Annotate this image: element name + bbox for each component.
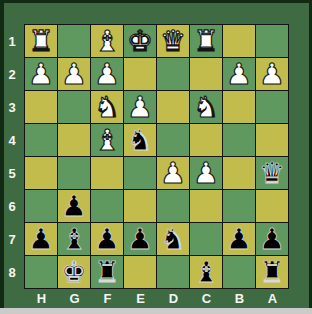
white-queen[interactable]: ♛ (160, 25, 186, 57)
square-g3[interactable] (58, 91, 90, 123)
square-c3[interactable]: ♞ (190, 91, 222, 123)
square-f3[interactable]: ♞ (91, 91, 123, 123)
square-d3[interactable] (157, 91, 189, 123)
file-label-d: D (157, 288, 190, 308)
square-h5[interactable] (25, 157, 57, 189)
black-knight[interactable]: ♞ (160, 223, 186, 255)
white-bishop[interactable]: ♝ (94, 124, 120, 156)
square-h4[interactable] (25, 124, 57, 156)
file-label-a: A (256, 288, 289, 308)
rank-label-1: 1 (0, 25, 24, 58)
file-label-e: E (124, 288, 157, 308)
black-queen[interactable]: ♛ (259, 157, 285, 189)
square-a7[interactable]: ♟ (256, 223, 288, 255)
square-g4[interactable] (58, 124, 90, 156)
square-e6[interactable] (124, 190, 156, 222)
square-b3[interactable] (223, 91, 255, 123)
file-label-f: F (91, 288, 124, 308)
frame-edge-top (0, 0, 312, 3)
square-e2[interactable] (124, 58, 156, 90)
square-f6[interactable] (91, 190, 123, 222)
white-pawn[interactable]: ♟ (259, 58, 285, 90)
white-king[interactable]: ♚ (127, 25, 153, 57)
black-pawn[interactable]: ♟ (127, 223, 153, 255)
square-d5[interactable]: ♟ (157, 157, 189, 189)
rank-label-3: 3 (0, 91, 24, 124)
black-bishop[interactable]: ♝ (61, 223, 87, 255)
square-d4[interactable] (157, 124, 189, 156)
file-labels: HGFEDCBA (25, 288, 289, 308)
black-pawn[interactable]: ♟ (259, 223, 285, 255)
square-g6[interactable]: ♟ (58, 190, 90, 222)
rank-label-2: 2 (0, 58, 24, 91)
square-b1[interactable] (223, 25, 255, 57)
black-knight[interactable]: ♞ (127, 124, 153, 156)
square-b8[interactable] (223, 256, 255, 288)
square-e3[interactable]: ♟ (124, 91, 156, 123)
square-f4[interactable]: ♝ (91, 124, 123, 156)
square-c4[interactable] (190, 124, 222, 156)
file-label-b: B (223, 288, 256, 308)
black-pawn[interactable]: ♟ (61, 190, 87, 222)
black-rook[interactable]: ♜ (259, 256, 285, 288)
square-d1[interactable]: ♛ (157, 25, 189, 57)
rank-label-5: 5 (0, 157, 24, 190)
board-frame: 12345678 ♜♝♚♛♜♟♟♟♟♟♞♟♞♝♞♟♟♛♟♟♝♟♟♞♟♟♚♜♝♜ … (0, 0, 312, 314)
square-h6[interactable] (25, 190, 57, 222)
square-a8[interactable]: ♜ (256, 256, 288, 288)
square-h2[interactable]: ♟ (25, 58, 57, 90)
square-c1[interactable]: ♜ (190, 25, 222, 57)
square-b5[interactable] (223, 157, 255, 189)
black-rook[interactable]: ♜ (94, 256, 120, 288)
rank-label-4: 4 (0, 124, 24, 157)
square-g5[interactable] (58, 157, 90, 189)
square-b2[interactable]: ♟ (223, 58, 255, 90)
square-d7[interactable]: ♞ (157, 223, 189, 255)
square-f2[interactable]: ♟ (91, 58, 123, 90)
frame-edge-right (309, 0, 312, 314)
square-h1[interactable]: ♜ (25, 25, 57, 57)
square-b6[interactable] (223, 190, 255, 222)
rank-label-7: 7 (0, 223, 24, 256)
white-pawn[interactable]: ♟ (61, 58, 87, 90)
square-h3[interactable] (25, 91, 57, 123)
square-e5[interactable] (124, 157, 156, 189)
white-pawn[interactable]: ♟ (193, 157, 219, 189)
white-knight[interactable]: ♞ (94, 91, 120, 123)
square-e4[interactable]: ♞ (124, 124, 156, 156)
black-pawn[interactable]: ♟ (94, 223, 120, 255)
square-d8[interactable] (157, 256, 189, 288)
square-f8[interactable]: ♜ (91, 256, 123, 288)
square-a1[interactable] (256, 25, 288, 57)
square-b4[interactable] (223, 124, 255, 156)
square-c7[interactable] (190, 223, 222, 255)
square-e8[interactable] (124, 256, 156, 288)
square-c2[interactable] (190, 58, 222, 90)
frame-edge-bottom (0, 308, 312, 314)
square-c8[interactable]: ♝ (190, 256, 222, 288)
rank-labels: 12345678 (0, 25, 24, 289)
square-a4[interactable] (256, 124, 288, 156)
square-e7[interactable]: ♟ (124, 223, 156, 255)
square-h7[interactable]: ♟ (25, 223, 57, 255)
white-bishop[interactable]: ♝ (94, 25, 120, 57)
square-g2[interactable]: ♟ (58, 58, 90, 90)
square-d2[interactable] (157, 58, 189, 90)
rank-label-8: 8 (0, 256, 24, 289)
white-rook[interactable]: ♜ (193, 25, 219, 57)
black-pawn[interactable]: ♟ (226, 223, 252, 255)
white-pawn[interactable]: ♟ (94, 58, 120, 90)
file-label-h: H (25, 288, 58, 308)
square-g7[interactable]: ♝ (58, 223, 90, 255)
white-pawn[interactable]: ♟ (127, 91, 153, 123)
square-b7[interactable]: ♟ (223, 223, 255, 255)
file-label-c: C (190, 288, 223, 308)
square-f5[interactable] (91, 157, 123, 189)
white-pawn[interactable]: ♟ (226, 58, 252, 90)
square-a2[interactable]: ♟ (256, 58, 288, 90)
file-label-g: G (58, 288, 91, 308)
black-bishop[interactable]: ♝ (193, 256, 219, 288)
square-a3[interactable] (256, 91, 288, 123)
black-king[interactable]: ♚ (61, 256, 87, 288)
white-knight[interactable]: ♞ (193, 91, 219, 123)
square-g1[interactable] (58, 25, 90, 57)
square-h8[interactable] (25, 256, 57, 288)
square-e1[interactable]: ♚ (124, 25, 156, 57)
white-rook[interactable]: ♜ (28, 25, 54, 57)
square-a5[interactable]: ♛ (256, 157, 288, 189)
square-f7[interactable]: ♟ (91, 223, 123, 255)
square-f1[interactable]: ♝ (91, 25, 123, 57)
square-a6[interactable] (256, 190, 288, 222)
chess-board[interactable]: ♜♝♚♛♜♟♟♟♟♟♞♟♞♝♞♟♟♛♟♟♝♟♟♞♟♟♚♜♝♜ (24, 24, 289, 289)
white-pawn[interactable]: ♟ (160, 157, 186, 189)
square-c5[interactable]: ♟ (190, 157, 222, 189)
rank-label-6: 6 (0, 190, 24, 223)
square-g8[interactable]: ♚ (58, 256, 90, 288)
black-pawn[interactable]: ♟ (28, 223, 54, 255)
square-d6[interactable] (157, 190, 189, 222)
white-pawn[interactable]: ♟ (28, 58, 54, 90)
square-c6[interactable] (190, 190, 222, 222)
